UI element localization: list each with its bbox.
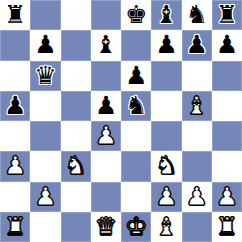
- square-c6[interactable]: [61, 61, 91, 91]
- square-h8[interactable]: ♜: [212, 0, 242, 30]
- white-rook-piece[interactable]: ♜: [4, 212, 26, 242]
- square-b8[interactable]: [30, 0, 60, 30]
- square-g7[interactable]: ♟: [182, 30, 212, 60]
- square-b2[interactable]: ♟: [30, 182, 60, 212]
- square-f6[interactable]: [151, 61, 181, 91]
- square-g1[interactable]: [182, 212, 212, 242]
- black-pawn-piece[interactable]: ♟: [4, 91, 26, 121]
- white-pawn-piece[interactable]: ♟: [216, 182, 238, 212]
- square-f4[interactable]: [151, 121, 181, 151]
- black-pawn-piece[interactable]: ♟: [155, 30, 177, 60]
- square-c7[interactable]: [61, 30, 91, 60]
- black-knight-piece[interactable]: ♞: [185, 0, 207, 30]
- square-g6[interactable]: [182, 61, 212, 91]
- square-d4[interactable]: ♟: [91, 121, 121, 151]
- square-b5[interactable]: [30, 91, 60, 121]
- square-h7[interactable]: ♟: [212, 30, 242, 60]
- black-knight-piece[interactable]: ♞: [125, 91, 147, 121]
- square-e3[interactable]: [121, 151, 151, 181]
- square-b4[interactable]: [30, 121, 60, 151]
- square-g5[interactable]: ♝: [182, 91, 212, 121]
- white-knight-piece[interactable]: ♞: [64, 151, 86, 181]
- square-c1[interactable]: [61, 212, 91, 242]
- square-h1[interactable]: ♜: [212, 212, 242, 242]
- white-queen-piece[interactable]: ♛: [95, 212, 117, 242]
- square-f2[interactable]: ♟: [151, 182, 181, 212]
- square-e5[interactable]: ♞: [121, 91, 151, 121]
- square-g2[interactable]: ♟: [182, 182, 212, 212]
- square-h2[interactable]: ♟: [212, 182, 242, 212]
- square-a3[interactable]: ♟: [0, 151, 30, 181]
- square-a5[interactable]: ♟: [0, 91, 30, 121]
- square-b1[interactable]: [30, 212, 60, 242]
- square-f5[interactable]: [151, 91, 181, 121]
- square-h4[interactable]: [212, 121, 242, 151]
- square-a4[interactable]: [0, 121, 30, 151]
- square-e8[interactable]: ♚: [121, 0, 151, 30]
- black-pawn-piece[interactable]: ♟: [34, 30, 56, 60]
- square-a1[interactable]: ♜: [0, 212, 30, 242]
- black-pawn-piece[interactable]: ♟: [185, 30, 207, 60]
- square-f3[interactable]: ♞: [151, 151, 181, 181]
- square-h5[interactable]: [212, 91, 242, 121]
- square-c5[interactable]: [61, 91, 91, 121]
- black-rook-piece[interactable]: ♜: [4, 0, 26, 30]
- black-rook-piece[interactable]: ♜: [216, 0, 238, 30]
- white-pawn-piece[interactable]: ♟: [34, 182, 56, 212]
- black-pawn-piece[interactable]: ♟: [125, 61, 147, 91]
- white-bishop-piece[interactable]: ♝: [185, 91, 207, 121]
- square-f8[interactable]: ♝: [151, 0, 181, 30]
- square-g4[interactable]: [182, 121, 212, 151]
- black-pawn-piece[interactable]: ♟: [216, 30, 238, 60]
- square-b6[interactable]: ♛: [30, 61, 60, 91]
- black-pawn-piece[interactable]: ♟: [95, 91, 117, 121]
- black-king-piece[interactable]: ♚: [125, 0, 147, 30]
- square-b7[interactable]: ♟: [30, 30, 60, 60]
- square-g3[interactable]: [182, 151, 212, 181]
- white-rook-piece[interactable]: ♜: [216, 212, 238, 242]
- square-h6[interactable]: [212, 61, 242, 91]
- white-pawn-piece[interactable]: ♟: [4, 151, 26, 181]
- black-bishop-piece[interactable]: ♝: [155, 0, 177, 30]
- white-bishop-piece[interactable]: ♝: [155, 212, 177, 242]
- square-d7[interactable]: ♝: [91, 30, 121, 60]
- square-e4[interactable]: [121, 121, 151, 151]
- square-e6[interactable]: ♟: [121, 61, 151, 91]
- square-d2[interactable]: [91, 182, 121, 212]
- square-d1[interactable]: ♛: [91, 212, 121, 242]
- square-a2[interactable]: [0, 182, 30, 212]
- square-c2[interactable]: [61, 182, 91, 212]
- chess-board: ♜♚♝♞♜♟♝♟♟♟♛♟♟♟♞♝♟♟♞♞♟♟♟♟♜♛♚♝♜: [0, 0, 242, 242]
- square-a8[interactable]: ♜: [0, 0, 30, 30]
- square-c4[interactable]: [61, 121, 91, 151]
- white-pawn-piece[interactable]: ♟: [155, 182, 177, 212]
- square-d5[interactable]: ♟: [91, 91, 121, 121]
- square-d3[interactable]: [91, 151, 121, 181]
- square-e7[interactable]: [121, 30, 151, 60]
- square-e2[interactable]: [121, 182, 151, 212]
- square-c3[interactable]: ♞: [61, 151, 91, 181]
- white-king-piece[interactable]: ♚: [125, 212, 147, 242]
- square-b3[interactable]: [30, 151, 60, 181]
- black-bishop-piece[interactable]: ♝: [95, 30, 117, 60]
- square-d8[interactable]: [91, 0, 121, 30]
- white-knight-piece[interactable]: ♞: [155, 151, 177, 181]
- square-g8[interactable]: ♞: [182, 0, 212, 30]
- square-a6[interactable]: [0, 61, 30, 91]
- black-queen-piece[interactable]: ♛: [34, 61, 56, 91]
- square-c8[interactable]: [61, 0, 91, 30]
- square-h3[interactable]: [212, 151, 242, 181]
- square-d6[interactable]: [91, 61, 121, 91]
- square-e1[interactable]: ♚: [121, 212, 151, 242]
- square-f7[interactable]: ♟: [151, 30, 181, 60]
- white-pawn-piece[interactable]: ♟: [185, 182, 207, 212]
- white-pawn-piece[interactable]: ♟: [95, 121, 117, 151]
- square-f1[interactable]: ♝: [151, 212, 181, 242]
- square-a7[interactable]: [0, 30, 30, 60]
